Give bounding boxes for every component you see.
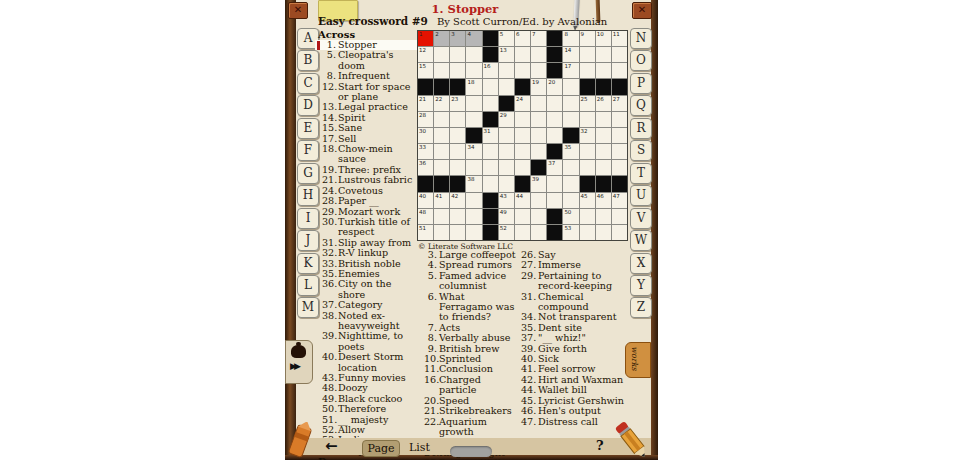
grid-cell[interactable] (612, 225, 627, 240)
grid-cell[interactable]: 29 (499, 112, 514, 127)
clue-text: What Ferragamo was to friends? (439, 292, 521, 323)
grid-cell[interactable]: 21 (418, 96, 433, 111)
cell-number: 37 (548, 160, 555, 166)
grid-cell[interactable]: 30 (418, 128, 433, 143)
grid-cell[interactable] (596, 128, 611, 143)
clue-number: 12. (322, 82, 336, 103)
clue-number: 46. (521, 406, 536, 416)
cell-number: 40 (419, 193, 426, 199)
puzzle-byline: By Scott Curron/Ed. by Avalonian (437, 16, 607, 27)
grid-cell[interactable]: 39 (531, 176, 546, 191)
clue-text: Pertaining to record-keeping (538, 271, 631, 292)
grid-cell-black (563, 128, 578, 143)
letter-key-o[interactable]: O (630, 50, 652, 71)
clue-text: Aquarium growth (439, 417, 521, 438)
letter-key-w[interactable]: W (630, 230, 652, 251)
grid-cell[interactable] (499, 160, 514, 175)
grid-cell[interactable] (580, 225, 595, 240)
grid-cell[interactable] (531, 112, 546, 127)
clue-text: Strikebreakers (439, 406, 521, 416)
grid-cell[interactable]: 27 (612, 96, 627, 111)
grid-cell[interactable]: 36 (418, 160, 433, 175)
clue-item[interactable]: 5.Cleopatra's doom (315, 50, 418, 71)
clue-text: Noted ex-heavyweight (338, 311, 418, 332)
grid-cell[interactable] (466, 225, 481, 240)
grid-cell[interactable] (434, 112, 449, 127)
wood-frame-right (651, 0, 658, 460)
grid-cell[interactable]: 9 (580, 31, 595, 46)
cell-number: 13 (500, 47, 507, 53)
grid-cell[interactable]: 7 (531, 31, 546, 46)
clue-number: 16. (424, 375, 437, 396)
grid-cell[interactable]: 52 (499, 225, 514, 240)
grid-cell-black (450, 79, 465, 94)
clue-text: Desert Storm location (338, 352, 418, 373)
grid-cell[interactable]: 46 (596, 193, 611, 208)
page-button[interactable]: Page (362, 440, 400, 457)
grid-cell[interactable] (596, 47, 611, 62)
puzzle-name: Easy crossword #9 (318, 15, 428, 27)
letter-key-s[interactable]: S (630, 140, 652, 161)
grid-cell[interactable] (580, 209, 595, 224)
grid-cell[interactable] (515, 225, 530, 240)
clue-number: 39. (322, 331, 336, 352)
pencil-icon[interactable] (607, 418, 658, 460)
grid-cell[interactable] (450, 160, 465, 175)
grid-cell-black (515, 79, 530, 94)
grid-cell[interactable] (580, 144, 595, 159)
wood-frame-left (285, 0, 296, 460)
grid-cell[interactable] (466, 47, 481, 62)
cell-number: 32 (581, 128, 588, 134)
cell-number: 24 (516, 96, 523, 102)
cell-number: 26 (597, 96, 604, 102)
grid-cell-black (450, 176, 465, 191)
letter-key-p[interactable]: P (630, 73, 652, 94)
grid-cell[interactable] (547, 128, 562, 143)
grid-cell[interactable] (612, 144, 627, 159)
grid-cell[interactable] (499, 63, 514, 78)
grid-cell[interactable]: 51 (418, 225, 433, 240)
grid-cell[interactable] (434, 47, 449, 62)
grid-cell[interactable]: 13 (499, 47, 514, 62)
grid-cell[interactable] (515, 144, 530, 159)
grid-cell-black (547, 63, 562, 78)
grid-cell[interactable] (450, 209, 465, 224)
clue-text: Category (338, 300, 418, 310)
cell-number: 14 (564, 47, 571, 53)
cell-number: 35 (564, 144, 571, 150)
grid-cell[interactable] (515, 160, 530, 175)
cell-number: 44 (516, 193, 523, 199)
crayon-icon (285, 422, 315, 460)
bookmark-tab-label: works (630, 346, 639, 370)
cell-number: 19 (532, 79, 539, 85)
cell-number: 45 (581, 193, 588, 199)
grid-cell[interactable]: 22 (434, 96, 449, 111)
grid-cell-black (483, 31, 498, 46)
grid-cell[interactable]: 6 (515, 31, 530, 46)
page-corner-icon[interactable]: ✕ (632, 2, 652, 19)
help-button[interactable]: ? (596, 438, 604, 453)
grid-cell[interactable] (531, 144, 546, 159)
clue-text: Cleopatra's doom (338, 50, 418, 71)
cell-number: 42 (451, 193, 458, 199)
cell-number: 38 (467, 176, 474, 182)
grid-cell[interactable] (434, 160, 449, 175)
cell-number: 18 (467, 79, 474, 85)
letter-key-q[interactable]: Q (630, 95, 652, 116)
grid-cell[interactable] (515, 209, 530, 224)
grid-cell-black (483, 193, 498, 208)
recessed-slot (450, 446, 492, 457)
grid-cell[interactable]: 53 (563, 225, 578, 240)
cell-number: 25 (581, 96, 588, 102)
grid-cell[interactable] (531, 193, 546, 208)
grid-cell-black (418, 79, 433, 94)
cell-number: 2 (435, 31, 439, 37)
clue-text: Famed advice columnist (439, 271, 521, 292)
grid-cell[interactable]: 20 (547, 79, 562, 94)
grid-cell[interactable] (580, 160, 595, 175)
grid-cell[interactable] (450, 225, 465, 240)
clue-item[interactable]: 22.Aquarium growth (424, 417, 521, 438)
cell-number: 53 (564, 225, 571, 231)
grid-cell[interactable] (563, 112, 578, 127)
clue-number: 38. (322, 311, 336, 332)
cell-number: 49 (500, 209, 507, 215)
grid-cell[interactable]: 50 (563, 209, 578, 224)
cell-number: 11 (613, 31, 620, 37)
clue-number: 32. (322, 248, 336, 258)
grid-cell[interactable]: 48 (418, 209, 433, 224)
grid-cell[interactable]: 49 (499, 209, 514, 224)
cell-number: 33 (419, 144, 426, 150)
grid-cell[interactable] (531, 225, 546, 240)
grid-cell[interactable] (450, 112, 465, 127)
grid-cell[interactable]: 47 (612, 193, 627, 208)
grid-cell[interactable]: 4 (466, 31, 481, 46)
clue-text: Turkish title of respect (338, 217, 418, 238)
grid-cell[interactable] (547, 193, 562, 208)
grid-cell-black (499, 96, 514, 111)
grid-cell-black (483, 47, 498, 62)
grid-cell[interactable] (434, 63, 449, 78)
grid-cell[interactable] (450, 144, 465, 159)
grid-cell[interactable]: 25 (580, 96, 595, 111)
grid-cell[interactable] (596, 225, 611, 240)
grid-cell-black (547, 47, 562, 62)
grid-cell[interactable]: 42 (450, 193, 465, 208)
grid-cell[interactable]: 34 (466, 144, 481, 159)
clue-list-down-col3: 26.Say27.Immerse29.Pertaining to record-… (521, 250, 631, 427)
cell-number: 20 (548, 79, 555, 85)
cell-number: 6 (516, 31, 520, 37)
clue-item[interactable]: 37.Category (315, 300, 418, 310)
grid-cell[interactable] (580, 63, 595, 78)
grid-cell[interactable] (596, 144, 611, 159)
grid-cell[interactable] (434, 209, 449, 224)
grid-cell[interactable] (596, 63, 611, 78)
clue-number: 21. (424, 406, 437, 416)
cell-number: 10 (597, 31, 604, 37)
grid-cell-black (580, 176, 595, 191)
grid-cell[interactable] (450, 63, 465, 78)
grid-cell-black (434, 176, 449, 191)
cell-number: 29 (500, 112, 507, 118)
grid-cell[interactable] (450, 47, 465, 62)
page-corner-icon[interactable]: ✕ (288, 2, 308, 19)
grid-cell[interactable]: 19 (531, 79, 546, 94)
grid-cell-black (515, 176, 530, 191)
grid-cell[interactable]: 16 (483, 63, 498, 78)
grid-cell[interactable] (612, 47, 627, 62)
grid-cell-black (547, 31, 562, 46)
clue-item[interactable]: 31.Chemical compound (521, 292, 631, 313)
cell-number: 52 (500, 225, 507, 231)
letter-key-z[interactable]: Z (630, 297, 652, 318)
grid-cell[interactable] (612, 112, 627, 127)
clue-number: 36. (322, 279, 336, 300)
letter-key-x[interactable]: X (630, 253, 652, 274)
clue-item[interactable]: 46.Hen's output (521, 406, 631, 416)
grid-cell[interactable] (531, 209, 546, 224)
cell-number: 15 (419, 63, 426, 69)
grid-cell[interactable]: 2 (434, 31, 449, 46)
cell-number: 39 (532, 176, 539, 182)
cell-number: 50 (564, 209, 571, 215)
grid-cell-black (531, 160, 546, 175)
grid-cell[interactable] (612, 160, 627, 175)
clue-list-panel: Across1.Stopper5.Cleopatra's doom8.Infre… (315, 29, 418, 460)
clue-number: 31. (521, 292, 536, 313)
clue-item[interactable]: 30.Turkish title of respect (315, 217, 418, 238)
cell-number: 46 (597, 193, 604, 199)
cell-number: 4 (467, 31, 471, 37)
stamp-icon[interactable] (291, 345, 306, 358)
grid-cell[interactable] (563, 96, 578, 111)
grid-cell[interactable]: 32 (580, 128, 595, 143)
grid-cell[interactable] (434, 225, 449, 240)
cell-number: 17 (564, 63, 571, 69)
grid-cell[interactable] (596, 160, 611, 175)
clue-text: Hen's output (538, 406, 631, 416)
list-button[interactable]: List (402, 440, 437, 457)
cell-number: 8 (564, 31, 568, 37)
clue-item[interactable]: 21.Strikebreakers (424, 406, 521, 416)
grid-cell-black (547, 209, 562, 224)
clue-number: 40. (322, 352, 336, 373)
grid-cell[interactable] (499, 128, 514, 143)
grid-cell[interactable] (580, 112, 595, 127)
clue-item[interactable]: 28.Paper __ (315, 196, 418, 206)
grid-cell[interactable] (483, 96, 498, 111)
grid-cell-black (612, 79, 627, 94)
grid-cell[interactable] (531, 128, 546, 143)
letter-key-v[interactable]: V (630, 208, 652, 229)
grid-cell[interactable] (515, 63, 530, 78)
puzzle-header: Easy crossword #9By Scott Curron/Ed. by … (318, 15, 618, 27)
grid-cell[interactable] (515, 128, 530, 143)
grid-cell[interactable] (466, 193, 481, 208)
clue-item[interactable]: 6.What Ferragamo was to friends? (424, 292, 521, 323)
letter-key-t[interactable]: T (630, 163, 652, 184)
grid-cell[interactable] (531, 47, 546, 62)
grid-cell[interactable]: 33 (418, 144, 433, 159)
grid-cell[interactable] (483, 79, 498, 94)
grid-cell[interactable]: 28 (418, 112, 433, 127)
grid-cell[interactable] (466, 160, 481, 175)
crossword-grid: 1234567891011121314151617181920212223242… (417, 30, 628, 241)
grid-cell[interactable] (612, 128, 627, 143)
grid-cell[interactable] (434, 128, 449, 143)
clue-number: 37. (322, 300, 336, 310)
grid-cell[interactable]: 44 (515, 193, 530, 208)
cell-number: 27 (613, 96, 620, 102)
clue-item[interactable]: 5.Famed advice columnist (424, 271, 521, 292)
back-arrow-icon[interactable]: ← (325, 437, 338, 455)
grid-cell[interactable]: 3 (450, 31, 465, 46)
grid-cell[interactable]: 31 (483, 128, 498, 143)
grid-cell[interactable] (499, 79, 514, 94)
grid-cell[interactable] (450, 128, 465, 143)
grid-cell[interactable] (515, 47, 530, 62)
cell-number: 41 (435, 193, 442, 199)
clue-item[interactable]: 39.Nighttime, to poets (315, 331, 418, 352)
grid-cell[interactable] (612, 63, 627, 78)
clue-text: Nighttime, to poets (338, 331, 418, 352)
cell-number: 34 (467, 144, 474, 150)
grid-cell[interactable]: 23 (450, 96, 465, 111)
grid-cell[interactable]: 14 (563, 47, 578, 62)
grid-cell[interactable]: 24 (515, 96, 530, 111)
grid-cell[interactable] (547, 176, 562, 191)
clue-text: R-V linkup (338, 248, 418, 258)
clue-item[interactable]: 40.Desert Storm location (315, 352, 418, 373)
grid-cell[interactable]: 45 (580, 193, 595, 208)
grid-cell[interactable]: 35 (563, 144, 578, 159)
clue-number: 29. (521, 271, 536, 292)
grid-cell[interactable]: 26 (596, 96, 611, 111)
letter-key-u[interactable]: U (630, 185, 652, 206)
grid-cell-black (483, 225, 498, 240)
clue-item[interactable]: 18.Chow-mein sauce (315, 144, 418, 165)
clue-item[interactable]: 16.Charged particle (424, 375, 521, 396)
clue-item[interactable]: 29.Pertaining to record-keeping (521, 271, 631, 292)
grid-cell-black (596, 79, 611, 94)
fast-forward-icon[interactable]: ▶▶ (290, 361, 298, 371)
grid-cell-black (466, 128, 481, 143)
grid-cell[interactable]: 11 (612, 31, 627, 46)
cell-number: 43 (500, 193, 507, 199)
grid-cell-black (612, 176, 627, 191)
letter-key-n[interactable]: N (630, 28, 652, 49)
clue-text: Start for space or plane (338, 82, 418, 103)
clue-number: 22. (424, 417, 437, 438)
grid-cell[interactable] (499, 144, 514, 159)
grid-cell[interactable] (563, 193, 578, 208)
grid-cell[interactable]: 5 (499, 31, 514, 46)
cell-number: 22 (435, 96, 442, 102)
grid-cell[interactable] (499, 176, 514, 191)
grid-cell[interactable] (563, 176, 578, 191)
grid-cell[interactable] (483, 160, 498, 175)
grid-cell[interactable] (596, 209, 611, 224)
cell-number: 12 (419, 47, 426, 53)
cell-number: 48 (419, 209, 426, 215)
letter-key-r[interactable]: R (630, 118, 652, 139)
grid-cell[interactable]: 18 (466, 79, 481, 94)
cell-number: 1 (419, 31, 423, 37)
grid-cell[interactable] (563, 79, 578, 94)
cell-number: 16 (484, 63, 491, 69)
grid-cell[interactable]: 10 (596, 31, 611, 46)
grid-cell[interactable] (547, 112, 562, 127)
bookmark-tab[interactable]: works (625, 342, 651, 378)
grid-cell[interactable] (466, 112, 481, 127)
grid-cell[interactable]: 37 (547, 160, 562, 175)
grid-cell[interactable] (483, 176, 498, 191)
cell-number: 3 (451, 31, 455, 37)
grid-cell-black (547, 144, 562, 159)
grid-cell[interactable]: 17 (563, 63, 578, 78)
clue-list-down-col2: 3.Large coffeepot4.Spread rumors5.Famed … (424, 250, 521, 460)
grid-cell[interactable] (612, 209, 627, 224)
grid-cell[interactable]: 40 (418, 193, 433, 208)
grid-cell-black (547, 225, 562, 240)
grid-cell[interactable]: 41 (434, 193, 449, 208)
grid-cell[interactable] (547, 96, 562, 111)
grid-cell[interactable] (483, 144, 498, 159)
grid-cell-black (434, 79, 449, 94)
cell-number: 28 (419, 112, 426, 118)
grid-cell[interactable]: 1 (418, 31, 433, 46)
clue-text: Charged particle (439, 375, 521, 396)
grid-cell[interactable] (563, 160, 578, 175)
grid-cell[interactable] (515, 112, 530, 127)
grid-cell[interactable] (596, 112, 611, 127)
grid-cell[interactable] (531, 96, 546, 111)
clue-number: 47. (521, 417, 536, 427)
stamp-button-group: ▶▶ (285, 340, 313, 384)
cell-number: 36 (419, 160, 426, 166)
grid-cell[interactable] (466, 96, 481, 111)
cell-number: 51 (419, 225, 426, 231)
letter-key-y[interactable]: Y (630, 275, 652, 296)
cell-number: 23 (451, 96, 458, 102)
grid-cell[interactable]: 12 (418, 47, 433, 62)
grid-cell[interactable] (466, 209, 481, 224)
current-clue-title: 1. Stopper (345, 2, 585, 16)
grid-cell[interactable]: 8 (563, 31, 578, 46)
clue-text: Chemical compound (538, 292, 631, 313)
grid-cell[interactable] (466, 63, 481, 78)
grid-cell[interactable] (531, 63, 546, 78)
grid-cell-black (418, 176, 433, 191)
grid-cell[interactable]: 38 (466, 176, 481, 191)
clue-item[interactable]: 12.Start for space or plane (315, 82, 418, 103)
clue-item[interactable]: 36.City on the shore (315, 279, 418, 300)
clue-text: Paper __ (338, 196, 418, 206)
grid-cell-black (580, 79, 595, 94)
grid-cell[interactable] (434, 144, 449, 159)
grid-cell[interactable]: 43 (499, 193, 514, 208)
grid-cell[interactable]: 15 (418, 63, 433, 78)
clue-item[interactable]: 32.R-V linkup (315, 248, 418, 258)
grid-cell[interactable] (580, 47, 595, 62)
clue-item[interactable]: 38.Noted ex-heavyweight (315, 311, 418, 332)
cell-number: 31 (484, 128, 491, 134)
